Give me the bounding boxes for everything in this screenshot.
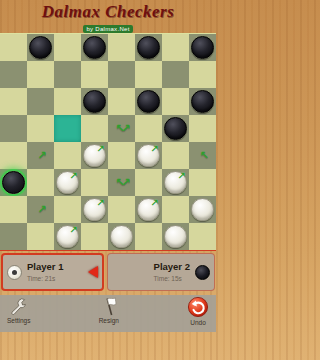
undo-label: Undo (190, 319, 206, 326)
white-piece[interactable]: ↗ (83, 144, 106, 167)
undo-icon (187, 296, 209, 318)
square-e3[interactable]: ↖↗ (108, 169, 135, 196)
black-piece[interactable] (2, 171, 25, 194)
square-a7[interactable] (0, 61, 27, 88)
square-e8[interactable] (108, 34, 135, 61)
square-b8[interactable] (27, 34, 54, 61)
square-a5[interactable] (0, 115, 27, 142)
square-c3[interactable]: ↗ (54, 169, 81, 196)
black-piece[interactable] (137, 90, 160, 113)
square-g7[interactable] (162, 61, 189, 88)
move-arrow-icon: ↗ (70, 225, 78, 235)
hint-arrow-icon: ↖↗ (115, 177, 127, 188)
square-h5[interactable] (189, 115, 216, 142)
square-f3[interactable] (135, 169, 162, 196)
square-a8[interactable] (0, 34, 27, 61)
square-h2[interactable] (189, 196, 216, 223)
move-arrow-icon: ↗ (178, 171, 186, 181)
square-e5[interactable]: ↖↗ (108, 115, 135, 142)
hint-arrow-icon: ↗ (37, 150, 43, 161)
black-piece-icon (195, 265, 210, 280)
square-c6[interactable] (54, 88, 81, 115)
square-b6[interactable] (27, 88, 54, 115)
white-piece[interactable] (110, 225, 133, 248)
square-b5[interactable] (27, 115, 54, 142)
square-g4[interactable] (162, 142, 189, 169)
white-piece[interactable]: ↗ (56, 225, 79, 248)
toolbar: Settings Resign (0, 295, 216, 332)
square-g6[interactable] (162, 88, 189, 115)
white-piece[interactable] (191, 198, 214, 221)
square-f8[interactable] (135, 34, 162, 61)
square-a4[interactable] (0, 142, 27, 169)
square-b7[interactable] (27, 61, 54, 88)
square-b3[interactable] (27, 169, 54, 196)
white-piece[interactable]: ↗ (164, 171, 187, 194)
player1-time: Time: 21s (27, 275, 63, 282)
hint-arrow-icon: ↖ (199, 150, 205, 161)
square-f7[interactable] (135, 61, 162, 88)
square-g5[interactable] (162, 115, 189, 142)
square-a3[interactable] (0, 169, 27, 196)
square-f2[interactable]: ↗ (135, 196, 162, 223)
move-arrow-icon: ↗ (151, 144, 159, 154)
white-piece[interactable]: ↗ (137, 198, 160, 221)
square-h1[interactable] (189, 223, 216, 250)
player1-name: Player 1 (27, 262, 63, 272)
move-arrow-icon: ↗ (151, 198, 159, 208)
move-arrow-icon: ↗ (97, 198, 105, 208)
settings-label: Settings (7, 317, 31, 324)
square-d4[interactable]: ↗ (81, 142, 108, 169)
square-c2[interactable] (54, 196, 81, 223)
player1-info: Player 1 Time: 21s (27, 262, 63, 282)
black-piece[interactable] (191, 36, 214, 59)
resign-label: Resign (99, 317, 119, 324)
square-d5[interactable] (81, 115, 108, 142)
square-d7[interactable] (81, 61, 108, 88)
square-h8[interactable] (189, 34, 216, 61)
resign-button[interactable]: Resign (99, 296, 119, 324)
wrench-icon (9, 296, 29, 316)
square-h6[interactable] (189, 88, 216, 115)
square-a6[interactable] (0, 88, 27, 115)
square-g1[interactable] (162, 223, 189, 250)
black-piece[interactable] (83, 90, 106, 113)
square-d2[interactable]: ↗ (81, 196, 108, 223)
square-d6[interactable] (81, 88, 108, 115)
turn-indicator-icon (88, 266, 98, 278)
black-piece[interactable] (29, 36, 52, 59)
black-piece[interactable] (83, 36, 106, 59)
player2-panel: Player 2 Time: 15s (107, 253, 215, 291)
square-c5[interactable] (54, 115, 81, 142)
square-c8[interactable] (54, 34, 81, 61)
white-flag-icon (99, 296, 119, 316)
square-g8[interactable] (162, 34, 189, 61)
move-arrow-icon: ↗ (97, 144, 105, 154)
square-e6[interactable] (108, 88, 135, 115)
settings-button[interactable]: Settings (7, 296, 31, 324)
square-e7[interactable] (108, 61, 135, 88)
square-c7[interactable] (54, 61, 81, 88)
black-piece[interactable] (137, 36, 160, 59)
square-g3[interactable]: ↗ (162, 169, 189, 196)
black-piece[interactable] (191, 90, 214, 113)
white-piece[interactable] (164, 225, 187, 248)
player-bar: Player 1 Time: 21s Player 2 Time: 15s (0, 249, 216, 295)
square-a2[interactable] (0, 196, 27, 223)
square-b4[interactable]: ↗ (27, 142, 54, 169)
square-b1[interactable] (27, 223, 54, 250)
white-piece[interactable]: ↗ (83, 198, 106, 221)
square-h7[interactable] (189, 61, 216, 88)
square-d1[interactable] (81, 223, 108, 250)
square-f1[interactable] (135, 223, 162, 250)
header: Dalmax Checkers by Dalmax.Net (0, 0, 216, 34)
square-c1[interactable]: ↗ (54, 223, 81, 250)
square-f5[interactable] (135, 115, 162, 142)
player2-info: Player 2 Time: 15s (154, 262, 190, 282)
black-piece[interactable] (164, 117, 187, 140)
square-h3[interactable] (189, 169, 216, 196)
square-d8[interactable] (81, 34, 108, 61)
app-title: Dalmax Checkers (0, 2, 216, 22)
white-piece[interactable]: ↗ (56, 171, 79, 194)
app-subtitle-row: by Dalmax.Net (0, 22, 216, 33)
square-g2[interactable] (162, 196, 189, 223)
app-root: Dalmax Checkers by Dalmax.Net ↖↗↗↗↗↖↗↖↗↗… (0, 0, 216, 360)
square-h4[interactable]: ↖ (189, 142, 216, 169)
move-arrow-icon: ↗ (70, 171, 78, 181)
player1-panel: Player 1 Time: 21s (1, 253, 104, 291)
square-f4[interactable]: ↗ (135, 142, 162, 169)
square-f6[interactable] (135, 88, 162, 115)
square-e4[interactable] (108, 142, 135, 169)
square-a1[interactable] (0, 223, 27, 250)
white-piece-icon (7, 265, 22, 280)
app-subtitle: by Dalmax.Net (83, 25, 132, 33)
white-piece[interactable]: ↗ (137, 144, 160, 167)
square-e1[interactable] (108, 223, 135, 250)
checkers-board: ↖↗↗↗↗↖↗↖↗↗↗↗↗↗ (0, 33, 216, 249)
square-e2[interactable] (108, 196, 135, 223)
player2-time: Time: 15s (154, 275, 190, 282)
hint-arrow-icon: ↗ (37, 204, 43, 215)
undo-button[interactable]: Undo (187, 296, 209, 326)
hint-arrow-icon: ↖↗ (115, 123, 127, 134)
player2-name: Player 2 (154, 262, 190, 272)
square-c4[interactable] (54, 142, 81, 169)
square-d3[interactable] (81, 169, 108, 196)
square-b2[interactable]: ↗ (27, 196, 54, 223)
